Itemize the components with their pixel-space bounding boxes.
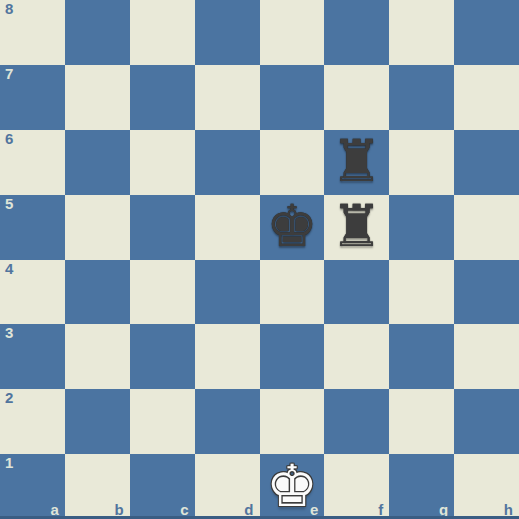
square-a1[interactable]: 1a (0, 454, 65, 519)
square-g4[interactable] (389, 260, 454, 325)
square-g5[interactable] (389, 195, 454, 260)
square-e7[interactable] (260, 65, 325, 130)
square-a3[interactable]: 3 (0, 324, 65, 389)
square-h6[interactable] (454, 130, 519, 195)
square-b6[interactable] (65, 130, 130, 195)
square-a7[interactable]: 7 (0, 65, 65, 130)
square-c3[interactable] (130, 324, 195, 389)
square-e2[interactable] (260, 389, 325, 454)
rank-label-3: 3 (5, 325, 13, 342)
square-g1[interactable]: g (389, 454, 454, 519)
square-c4[interactable] (130, 260, 195, 325)
square-h2[interactable] (454, 389, 519, 454)
square-b2[interactable] (65, 389, 130, 454)
square-g7[interactable] (389, 65, 454, 130)
square-c5[interactable] (130, 195, 195, 260)
chess-board: 876♜5♚♜4321abcde♚fgh (0, 0, 519, 519)
square-b1[interactable]: b (65, 454, 130, 519)
square-f3[interactable] (324, 324, 389, 389)
square-e6[interactable] (260, 130, 325, 195)
square-h1[interactable]: h (454, 454, 519, 519)
square-a8[interactable]: 8 (0, 0, 65, 65)
square-a6[interactable]: 6 (0, 130, 65, 195)
square-f2[interactable] (324, 389, 389, 454)
square-g3[interactable] (389, 324, 454, 389)
square-f1[interactable]: f (324, 454, 389, 519)
rank-label-5: 5 (5, 196, 13, 213)
square-d7[interactable] (195, 65, 260, 130)
square-f7[interactable] (324, 65, 389, 130)
square-c6[interactable] (130, 130, 195, 195)
square-h7[interactable] (454, 65, 519, 130)
rank-label-4: 4 (5, 261, 13, 278)
square-e1[interactable]: e♚ (260, 454, 325, 519)
square-b3[interactable] (65, 324, 130, 389)
square-h8[interactable] (454, 0, 519, 65)
square-d8[interactable] (195, 0, 260, 65)
square-d6[interactable] (195, 130, 260, 195)
square-a2[interactable]: 2 (0, 389, 65, 454)
square-h3[interactable] (454, 324, 519, 389)
square-c7[interactable] (130, 65, 195, 130)
square-e3[interactable] (260, 324, 325, 389)
square-d5[interactable] (195, 195, 260, 260)
black-rook[interactable]: ♜ (331, 197, 383, 255)
square-f4[interactable] (324, 260, 389, 325)
square-d1[interactable]: d (195, 454, 260, 519)
black-king[interactable]: ♚ (266, 197, 318, 255)
square-b7[interactable] (65, 65, 130, 130)
square-d4[interactable] (195, 260, 260, 325)
square-c8[interactable] (130, 0, 195, 65)
square-b4[interactable] (65, 260, 130, 325)
rank-label-1: 1 (5, 455, 13, 472)
square-c2[interactable] (130, 389, 195, 454)
square-a5[interactable]: 5 (0, 195, 65, 260)
square-f8[interactable] (324, 0, 389, 65)
square-b8[interactable] (65, 0, 130, 65)
square-g2[interactable] (389, 389, 454, 454)
square-h4[interactable] (454, 260, 519, 325)
square-e5[interactable]: ♚ (260, 195, 325, 260)
square-h5[interactable] (454, 195, 519, 260)
square-f5[interactable]: ♜ (324, 195, 389, 260)
rank-label-6: 6 (5, 131, 13, 148)
chess-board-wrap: 876♜5♚♜4321abcde♚fgh (0, 0, 519, 519)
square-b5[interactable] (65, 195, 130, 260)
rank-label-2: 2 (5, 390, 13, 407)
square-a4[interactable]: 4 (0, 260, 65, 325)
rank-label-7: 7 (5, 66, 13, 83)
square-d3[interactable] (195, 324, 260, 389)
square-g8[interactable] (389, 0, 454, 65)
square-e8[interactable] (260, 0, 325, 65)
black-rook[interactable]: ♜ (331, 132, 383, 190)
square-g6[interactable] (389, 130, 454, 195)
square-f6[interactable]: ♜ (324, 130, 389, 195)
square-e4[interactable] (260, 260, 325, 325)
square-d2[interactable] (195, 389, 260, 454)
square-c1[interactable]: c (130, 454, 195, 519)
rank-label-8: 8 (5, 1, 13, 18)
